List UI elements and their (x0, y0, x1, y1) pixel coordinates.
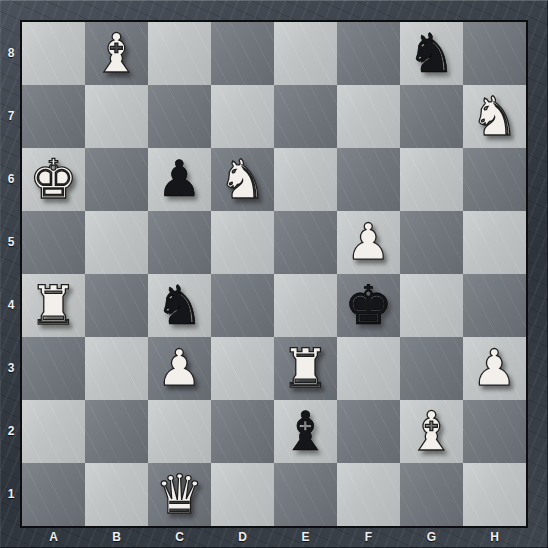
square-d1[interactable] (211, 463, 274, 526)
square-a4[interactable]: ♜ (22, 274, 85, 337)
square-f3[interactable] (337, 337, 400, 400)
white-knight-h7[interactable]: ♞ (463, 85, 526, 148)
rank-label-6: 6 (0, 148, 22, 211)
square-a3[interactable] (22, 337, 85, 400)
square-g8[interactable]: ♞ (400, 22, 463, 85)
black-bishop-e2[interactable]: ♝ (274, 400, 337, 463)
square-e5[interactable] (274, 211, 337, 274)
file-label-a: A (22, 526, 85, 548)
square-g4[interactable] (400, 274, 463, 337)
square-e8[interactable] (274, 22, 337, 85)
square-a1[interactable] (22, 463, 85, 526)
square-b7[interactable] (85, 85, 148, 148)
square-d7[interactable] (211, 85, 274, 148)
white-pawn-h3[interactable]: ♟ (463, 337, 526, 400)
square-g3[interactable] (400, 337, 463, 400)
chess-diagram: ♝♞♞♚♟♞♟♜♞♚♟♜♟♝♝♛ 87654321ABCDEFGH (0, 0, 548, 548)
square-c7[interactable] (148, 85, 211, 148)
rank-label-1: 1 (0, 463, 22, 526)
square-b6[interactable] (85, 148, 148, 211)
file-label-d: D (211, 526, 274, 548)
square-a8[interactable] (22, 22, 85, 85)
square-f1[interactable] (337, 463, 400, 526)
file-label-g: G (400, 526, 463, 548)
black-knight-g8[interactable]: ♞ (400, 22, 463, 85)
file-label-e: E (274, 526, 337, 548)
file-label-f: F (337, 526, 400, 548)
white-rook-a4[interactable]: ♜ (22, 274, 85, 337)
square-c4[interactable]: ♞ (148, 274, 211, 337)
square-c6[interactable]: ♟ (148, 148, 211, 211)
white-king-a6[interactable]: ♚ (22, 148, 85, 211)
square-e1[interactable] (274, 463, 337, 526)
rank-label-2: 2 (0, 400, 22, 463)
square-g7[interactable] (400, 85, 463, 148)
white-queen-c1[interactable]: ♛ (148, 463, 211, 526)
rank-label-4: 4 (0, 274, 22, 337)
square-a6[interactable]: ♚ (22, 148, 85, 211)
square-a7[interactable] (22, 85, 85, 148)
black-king-f4[interactable]: ♚ (337, 274, 400, 337)
square-g2[interactable]: ♝ (400, 400, 463, 463)
square-d8[interactable] (211, 22, 274, 85)
square-f2[interactable] (337, 400, 400, 463)
rank-label-3: 3 (0, 337, 22, 400)
chess-board: ♝♞♞♚♟♞♟♜♞♚♟♜♟♝♝♛ (22, 22, 526, 526)
square-g5[interactable] (400, 211, 463, 274)
white-knight-d6[interactable]: ♞ (211, 148, 274, 211)
square-g1[interactable] (400, 463, 463, 526)
square-b1[interactable] (85, 463, 148, 526)
black-pawn-c6[interactable]: ♟ (148, 148, 211, 211)
square-h2[interactable] (463, 400, 526, 463)
file-label-h: H (463, 526, 526, 548)
black-knight-c4[interactable]: ♞ (148, 274, 211, 337)
square-d3[interactable] (211, 337, 274, 400)
white-pawn-f5[interactable]: ♟ (337, 211, 400, 274)
square-f6[interactable] (337, 148, 400, 211)
square-h7[interactable]: ♞ (463, 85, 526, 148)
white-pawn-c3[interactable]: ♟ (148, 337, 211, 400)
file-label-b: B (85, 526, 148, 548)
square-a5[interactable] (22, 211, 85, 274)
square-c5[interactable] (148, 211, 211, 274)
square-d2[interactable] (211, 400, 274, 463)
square-b5[interactable] (85, 211, 148, 274)
square-c8[interactable] (148, 22, 211, 85)
square-f7[interactable] (337, 85, 400, 148)
square-e3[interactable]: ♜ (274, 337, 337, 400)
square-e4[interactable] (274, 274, 337, 337)
square-h6[interactable] (463, 148, 526, 211)
square-b2[interactable] (85, 400, 148, 463)
square-d5[interactable] (211, 211, 274, 274)
white-bishop-g2[interactable]: ♝ (400, 400, 463, 463)
square-d6[interactable]: ♞ (211, 148, 274, 211)
square-f4[interactable]: ♚ (337, 274, 400, 337)
rank-label-5: 5 (0, 211, 22, 274)
square-b4[interactable] (85, 274, 148, 337)
white-bishop-b8[interactable]: ♝ (85, 22, 148, 85)
square-c3[interactable]: ♟ (148, 337, 211, 400)
square-c2[interactable] (148, 400, 211, 463)
square-g6[interactable] (400, 148, 463, 211)
square-h8[interactable] (463, 22, 526, 85)
square-h3[interactable]: ♟ (463, 337, 526, 400)
square-d4[interactable] (211, 274, 274, 337)
white-rook-e3[interactable]: ♜ (274, 337, 337, 400)
file-label-c: C (148, 526, 211, 548)
square-c1[interactable]: ♛ (148, 463, 211, 526)
square-a2[interactable] (22, 400, 85, 463)
square-e7[interactable] (274, 85, 337, 148)
square-h1[interactable] (463, 463, 526, 526)
square-b8[interactable]: ♝ (85, 22, 148, 85)
square-h4[interactable] (463, 274, 526, 337)
square-f8[interactable] (337, 22, 400, 85)
square-f5[interactable]: ♟ (337, 211, 400, 274)
rank-label-8: 8 (0, 22, 22, 85)
rank-label-7: 7 (0, 85, 22, 148)
square-b3[interactable] (85, 337, 148, 400)
square-e2[interactable]: ♝ (274, 400, 337, 463)
square-h5[interactable] (463, 211, 526, 274)
square-e6[interactable] (274, 148, 337, 211)
